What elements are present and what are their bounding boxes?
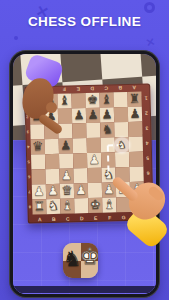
square-f8[interactable]: ♝ xyxy=(99,92,113,107)
hand-knuckle xyxy=(46,102,57,113)
square-d3[interactable] xyxy=(73,168,87,183)
square-g5[interactable] xyxy=(115,137,129,152)
coordinate-label: 1 xyxy=(141,91,150,106)
black-pawn: ♟ xyxy=(101,109,113,122)
square-h8[interactable]: ♜ xyxy=(127,92,141,107)
dot-doodle-icon xyxy=(14,36,18,40)
black-knight: ♞ xyxy=(102,124,114,137)
coordinate-label: 3 xyxy=(142,121,151,136)
black-pawn: ♟ xyxy=(87,109,99,122)
white-knight: ♞ xyxy=(48,200,60,213)
white-pawn: ♟ xyxy=(88,154,100,167)
coordinate-label: E xyxy=(89,213,103,222)
square-a2[interactable]: ♟ xyxy=(32,184,46,199)
white-king: ♚ xyxy=(90,199,102,212)
square-f5[interactable] xyxy=(101,137,115,152)
square-g7[interactable] xyxy=(114,107,128,122)
white-queen: ♛ xyxy=(61,185,73,198)
white-pawn: ♟ xyxy=(61,170,73,183)
square-d2[interactable]: ♟ xyxy=(74,183,88,198)
square-h5[interactable] xyxy=(129,137,143,152)
square-e7[interactable]: ♟ xyxy=(86,108,100,123)
square-g6[interactable] xyxy=(114,122,128,137)
square-c2[interactable]: ♛ xyxy=(60,183,74,198)
coordinate-label: 4 xyxy=(143,136,152,151)
white-bishop: ♝ xyxy=(62,200,74,213)
square-b4[interactable] xyxy=(45,154,59,169)
square-b1[interactable]: ♞ xyxy=(46,199,60,214)
square-e5[interactable] xyxy=(87,138,101,153)
square-e1[interactable]: ♚ xyxy=(88,198,102,213)
square-d4[interactable] xyxy=(73,153,87,168)
square-f7[interactable]: ♟ xyxy=(100,107,114,122)
o-doodle-icon xyxy=(144,2,155,13)
white-rook: ♜ xyxy=(34,200,46,213)
white-pawn: ♟ xyxy=(47,185,59,198)
app-title: CHESS OFFLINE xyxy=(0,14,169,29)
black-king: ♚ xyxy=(87,94,99,107)
purple-sleeve-pointing-hand xyxy=(14,58,76,144)
square-a1[interactable]: ♜ xyxy=(32,199,46,214)
square-b2[interactable]: ♟ xyxy=(46,184,60,199)
square-c4[interactable] xyxy=(59,153,73,168)
white-pawn: ♟ xyxy=(75,184,87,197)
black-knight-icon: ♞ xyxy=(63,249,81,270)
square-b3[interactable] xyxy=(45,169,59,184)
x-doodle-icon: ✕ xyxy=(145,35,157,50)
square-d1[interactable] xyxy=(74,198,88,213)
chess-app-icon[interactable]: ♞ ♚ xyxy=(63,243,98,278)
black-rook: ♜ xyxy=(129,93,141,106)
square-a4[interactable] xyxy=(31,154,45,169)
square-c3[interactable]: ♟ xyxy=(59,168,73,183)
coordinate-label: A xyxy=(33,214,47,223)
square-e2[interactable] xyxy=(88,183,102,198)
coordinate-label: C xyxy=(61,213,75,222)
yellow-sleeve-pointing-hand xyxy=(108,165,169,247)
floor-edge-band xyxy=(13,286,156,293)
square-e6[interactable] xyxy=(86,123,100,138)
pointing-finger xyxy=(37,113,63,136)
coordinate-label: D xyxy=(75,213,89,222)
square-e3[interactable] xyxy=(87,168,101,183)
coordinate-label: 2 xyxy=(142,106,151,121)
square-e8[interactable]: ♚ xyxy=(85,93,99,108)
square-h7[interactable]: ♟ xyxy=(128,107,142,122)
square-h6[interactable] xyxy=(128,122,142,137)
square-f6[interactable]: ♞ xyxy=(100,122,114,137)
white-king-icon: ♚ xyxy=(80,246,98,268)
white-pawn: ♟ xyxy=(33,185,45,198)
ad-canvas: ✕ ✕ CHESS OFFLINE HGFEDCBA 12345678 ABCD… xyxy=(0,0,169,300)
square-e4[interactable]: ♟ xyxy=(87,153,101,168)
square-a3[interactable] xyxy=(31,169,45,184)
black-bishop: ♝ xyxy=(101,94,113,107)
square-g8[interactable] xyxy=(113,92,127,107)
square-c1[interactable]: ♝ xyxy=(60,198,74,213)
black-pawn: ♟ xyxy=(129,108,141,121)
coordinate-label: B xyxy=(47,214,61,223)
